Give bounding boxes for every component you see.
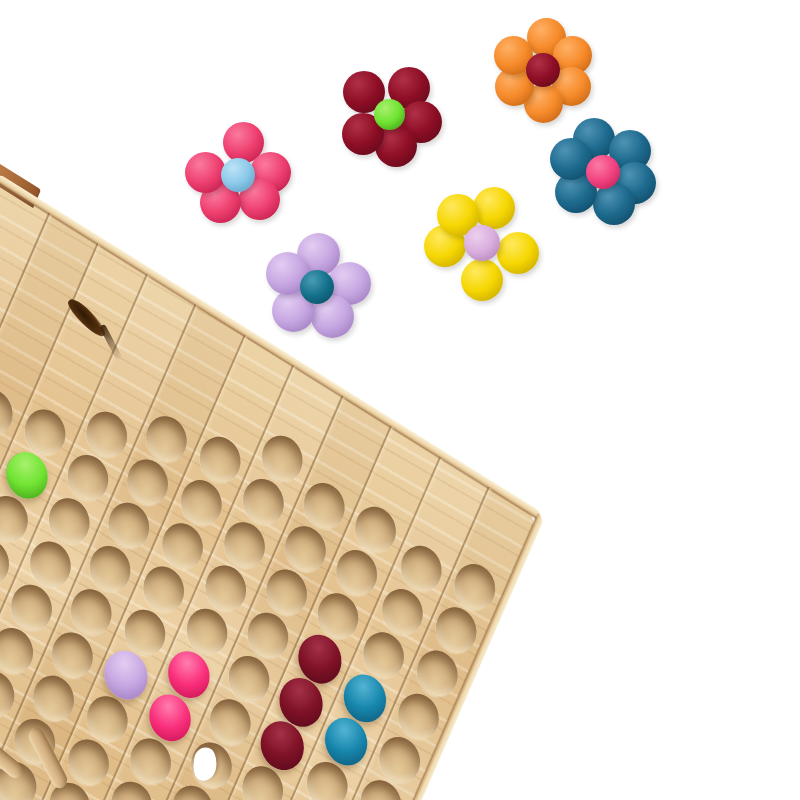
- center-pom-deep-pink[interactable]: [586, 155, 620, 189]
- center-pom-light-blue[interactable]: [221, 158, 255, 192]
- through-hole-opening: [192, 744, 218, 783]
- scene: [0, 0, 800, 800]
- petal-pom-yellow[interactable]: [473, 187, 515, 229]
- petal-pom-rose-pink[interactable]: [185, 152, 226, 193]
- center-pom-green[interactable]: [374, 99, 405, 130]
- petal-pom-yellow[interactable]: [461, 259, 503, 301]
- petal-pom-teal[interactable]: [593, 183, 635, 225]
- center-pom-lilac[interactable]: [464, 225, 500, 261]
- center-pom-maroon[interactable]: [526, 53, 560, 87]
- petal-pom-yellow[interactable]: [497, 232, 539, 274]
- center-pom-dark-teal[interactable]: [300, 270, 334, 304]
